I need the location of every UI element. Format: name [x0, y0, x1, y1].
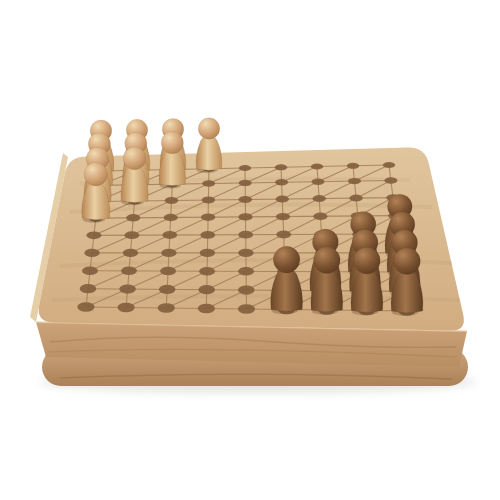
board-hole[interactable] [84, 249, 99, 257]
peg-dark[interactable] [271, 246, 303, 314]
board-hole[interactable] [159, 285, 176, 294]
board-hole[interactable] [276, 213, 290, 220]
board-hole[interactable] [82, 266, 98, 275]
board-hole[interactable] [239, 165, 251, 171]
board-hole[interactable] [199, 267, 215, 276]
product-photo [0, 0, 500, 500]
board-hole[interactable] [124, 231, 139, 239]
board-hole[interactable] [349, 195, 363, 202]
peg-head [313, 247, 340, 274]
board-hole[interactable] [198, 285, 215, 294]
peg-head [161, 132, 183, 154]
board-hole[interactable] [126, 214, 140, 221]
halma-board[interactable] [0, 0, 500, 500]
peg-head [84, 163, 107, 186]
board-hole[interactable] [87, 231, 102, 239]
board-hole[interactable] [239, 180, 252, 186]
board-hole[interactable] [311, 164, 323, 170]
board-hole[interactable] [158, 303, 175, 313]
peg-head [354, 247, 381, 274]
peg-dark[interactable] [351, 247, 383, 315]
board-hole[interactable] [202, 180, 215, 186]
board-hole[interactable] [383, 162, 395, 168]
board-hole[interactable] [200, 231, 215, 239]
peg-light[interactable] [196, 118, 222, 173]
board-hole[interactable] [201, 214, 215, 221]
peg-dark[interactable] [311, 247, 343, 315]
board-hole[interactable] [77, 302, 94, 312]
board-hole[interactable] [238, 231, 253, 239]
peg-body [196, 135, 222, 170]
peg-light[interactable] [82, 163, 110, 223]
board-hole[interactable] [198, 304, 215, 314]
board-hole[interactable] [161, 249, 176, 257]
board-hole[interactable] [238, 267, 254, 276]
board-hole[interactable] [202, 197, 216, 204]
peg-light[interactable] [121, 147, 148, 205]
board-hole[interactable] [160, 267, 176, 276]
board-hole[interactable] [312, 179, 325, 185]
board-hole[interactable] [313, 213, 327, 220]
board-hole[interactable] [123, 249, 138, 257]
board-hole[interactable] [348, 178, 361, 184]
board-hole[interactable] [118, 303, 135, 313]
board-hole[interactable] [238, 213, 252, 220]
peg-head [123, 147, 146, 170]
board-hole[interactable] [276, 231, 291, 239]
peg-head [198, 118, 220, 140]
board-hole[interactable] [119, 285, 136, 294]
board-hole[interactable] [121, 267, 137, 276]
board-hole[interactable] [275, 179, 288, 185]
board-hole[interactable] [276, 196, 290, 203]
board-hole[interactable] [80, 284, 97, 293]
board-hole[interactable] [200, 249, 215, 257]
board-hole[interactable] [238, 304, 255, 314]
board-hole[interactable] [238, 249, 253, 257]
board-hole[interactable] [384, 177, 397, 183]
board-hole[interactable] [312, 195, 326, 202]
board-hole[interactable] [238, 286, 255, 295]
board-hole[interactable] [164, 214, 178, 221]
board-hole[interactable] [347, 163, 359, 169]
board-hole[interactable] [165, 197, 179, 204]
peg-light[interactable] [159, 132, 186, 189]
peg-head [394, 248, 421, 275]
peg-dark[interactable] [391, 248, 423, 316]
board-hole[interactable] [239, 196, 253, 203]
board-hole[interactable] [162, 231, 177, 239]
peg-head [273, 246, 300, 273]
board-hole[interactable] [275, 164, 287, 170]
